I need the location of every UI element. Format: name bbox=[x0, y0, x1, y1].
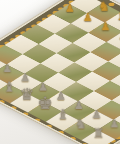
chess-board: ♜♞♝♛♚♝♞♜♟♟♟♟♟♟♟♟♟♟♟♟♟♟♟♟♜♞♝♛♚♝♞♜ bbox=[0, 0, 120, 144]
piece-white-rook-h1[interactable]: ♜ bbox=[86, 127, 110, 140]
square-h1[interactable]: ♜ bbox=[81, 130, 115, 144]
piece-black-bishop-c8[interactable]: ♝ bbox=[110, 8, 120, 22]
board-frame: ♜♞♝♛♚♝♞♜♟♟♟♟♟♟♟♟♟♟♟♟♟♟♟♟♜♞♝♛♚♝♞♜ bbox=[0, 0, 120, 144]
chess-set-photo: ♜♞♝♛♚♝♞♜♟♟♟♟♟♟♟♟♟♟♟♟♟♟♟♟♜♞♝♛♚♝♞♜ bbox=[0, 0, 120, 144]
piece-black-pawn-d7[interactable]: ♟ bbox=[111, 30, 120, 41]
